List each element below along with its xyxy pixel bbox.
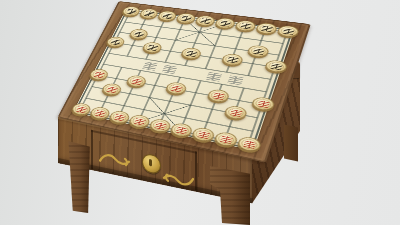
advisor-character-icon [181,15,192,21]
gold-medallion-drawer-pull[interactable] [142,152,161,175]
cannon-character-icon [134,31,145,37]
chariot-character-icon [76,106,87,113]
soldier-character-icon [257,100,270,108]
advisor-character-icon [134,117,146,125]
cannon-character-icon [252,48,264,55]
elephant-character-icon [197,130,210,138]
chariot-character-icon [126,9,136,15]
elephant-character-icon [162,13,173,19]
horse-character-icon [220,135,233,143]
cannon-character-icon [106,86,117,93]
horse-character-icon [261,25,273,31]
soldier-character-icon [270,63,282,70]
soldier-character-icon [212,92,224,99]
cannon-character-icon [230,109,243,117]
soldier-character-icon [170,85,182,92]
advisor-character-icon [175,126,187,134]
soldier-character-icon [131,78,142,85]
soldier-character-icon [186,50,197,57]
soldier-character-icon [147,44,158,50]
general-character-icon [200,18,211,24]
general-character-icon [154,122,166,130]
advisor-character-icon [220,20,231,26]
drawer-seam-left [91,130,93,169]
drawer-seam-right [195,151,197,190]
soldier-character-icon [93,71,104,78]
soldier-character-icon [227,56,239,63]
elephant-character-icon [240,23,251,29]
chariot-character-icon [282,28,294,34]
table-leg-rear-right [284,125,298,162]
horse-character-icon [94,109,106,116]
horse-character-icon [144,11,155,17]
scene [0,0,400,225]
elephant-character-icon [114,113,126,121]
chariot-character-icon [243,140,256,149]
soldier-character-icon [110,39,121,45]
board-plane [80,12,287,145]
